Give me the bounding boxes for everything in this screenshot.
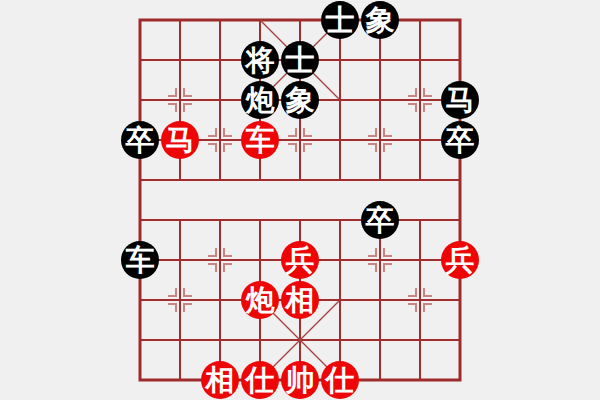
piece-black-king[interactable]: 将 [241, 41, 279, 79]
piece-red-elephant[interactable]: 相 [281, 281, 319, 319]
piece-red-advisor[interactable]: 仕 [321, 361, 359, 399]
piece-black-chariot[interactable]: 车 [121, 241, 159, 279]
piece-red-soldier[interactable]: 兵 [441, 241, 479, 279]
piece-red-chariot[interactable]: 车 [241, 121, 279, 159]
piece-black-advisor[interactable]: 士 [321, 1, 359, 39]
piece-black-elephant[interactable]: 象 [361, 1, 399, 39]
piece-black-soldier[interactable]: 卒 [121, 121, 159, 159]
piece-red-cannon[interactable]: 炮 [241, 281, 279, 319]
piece-red-advisor[interactable]: 仕 [241, 361, 279, 399]
piece-red-elephant[interactable]: 相 [201, 361, 239, 399]
piece-black-soldier[interactable]: 卒 [441, 121, 479, 159]
piece-black-horse[interactable]: 马 [441, 81, 479, 119]
piece-red-horse[interactable]: 马 [161, 121, 199, 159]
piece-red-soldier[interactable]: 兵 [281, 241, 319, 279]
piece-black-elephant[interactable]: 象 [281, 81, 319, 119]
piece-black-soldier[interactable]: 卒 [361, 201, 399, 239]
piece-red-king[interactable]: 帅 [281, 361, 319, 399]
piece-black-advisor[interactable]: 士 [281, 41, 319, 79]
piece-black-cannon[interactable]: 炮 [241, 81, 279, 119]
xiangqi-board-screen: 士象将士炮象马卒马车卒卒车兵兵炮相相仕帅仕 [0, 0, 600, 400]
piece-layer: 士象将士炮象马卒马车卒卒车兵兵炮相相仕帅仕 [120, 0, 480, 400]
